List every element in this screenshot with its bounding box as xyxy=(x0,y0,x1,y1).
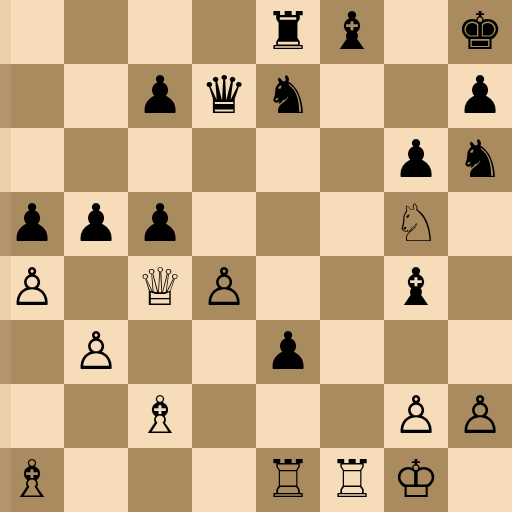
square-h7[interactable]: ♟ xyxy=(448,64,512,128)
chess-board-area: ♜♝♚♟♛♞♟♟♞♟♟♟♘♙♕♙♝♙♟♗♙♙♗♖♖♔ xyxy=(0,0,512,512)
square-a8[interactable] xyxy=(0,0,64,64)
piece-black-pawn: ♟ xyxy=(137,193,184,253)
piece-white-pawn: ♙ xyxy=(9,257,56,317)
square-e1[interactable]: ♖ xyxy=(256,448,320,512)
square-b1[interactable] xyxy=(64,448,128,512)
piece-white-pawn: ♙ xyxy=(201,257,248,317)
square-f5[interactable] xyxy=(320,192,384,256)
square-b3[interactable]: ♙ xyxy=(64,320,128,384)
square-g3[interactable] xyxy=(384,320,448,384)
square-g7[interactable] xyxy=(384,64,448,128)
square-h1[interactable] xyxy=(448,448,512,512)
piece-black-pawn: ♟ xyxy=(457,65,504,125)
square-c7[interactable]: ♟ xyxy=(128,64,192,128)
piece-white-queen: ♕ xyxy=(137,257,184,317)
square-b6[interactable] xyxy=(64,128,128,192)
square-f8[interactable]: ♝ xyxy=(320,0,384,64)
piece-white-rook: ♖ xyxy=(329,449,376,509)
square-b7[interactable] xyxy=(64,64,128,128)
square-d5[interactable] xyxy=(192,192,256,256)
square-e4[interactable] xyxy=(256,256,320,320)
square-c1[interactable] xyxy=(128,448,192,512)
piece-black-knight: ♞ xyxy=(457,129,504,189)
square-b8[interactable] xyxy=(64,0,128,64)
piece-black-knight: ♞ xyxy=(265,65,312,125)
square-d8[interactable] xyxy=(192,0,256,64)
square-a2[interactable] xyxy=(0,384,64,448)
square-e7[interactable]: ♞ xyxy=(256,64,320,128)
piece-black-pawn: ♟ xyxy=(73,193,120,253)
piece-white-bishop: ♗ xyxy=(9,449,56,509)
square-a5[interactable]: ♟ xyxy=(0,192,64,256)
square-h3[interactable] xyxy=(448,320,512,384)
square-c4[interactable]: ♕ xyxy=(128,256,192,320)
square-h5[interactable] xyxy=(448,192,512,256)
square-h4[interactable] xyxy=(448,256,512,320)
chess-board: ♜♝♚♟♛♞♟♟♞♟♟♟♘♙♕♙♝♙♟♗♙♙♗♖♖♔ xyxy=(0,0,512,512)
piece-black-pawn: ♟ xyxy=(265,321,312,381)
square-f1[interactable]: ♖ xyxy=(320,448,384,512)
square-h2[interactable]: ♙ xyxy=(448,384,512,448)
piece-white-bishop: ♗ xyxy=(137,385,184,445)
square-a4[interactable]: ♙ xyxy=(0,256,64,320)
piece-white-rook: ♖ xyxy=(265,449,312,509)
piece-white-knight: ♘ xyxy=(393,193,440,253)
piece-white-king: ♔ xyxy=(393,449,440,509)
square-h6[interactable]: ♞ xyxy=(448,128,512,192)
square-c3[interactable] xyxy=(128,320,192,384)
square-h8[interactable]: ♚ xyxy=(448,0,512,64)
square-d2[interactable] xyxy=(192,384,256,448)
square-f6[interactable] xyxy=(320,128,384,192)
square-e2[interactable] xyxy=(256,384,320,448)
square-g8[interactable] xyxy=(384,0,448,64)
square-d3[interactable] xyxy=(192,320,256,384)
piece-black-king: ♚ xyxy=(457,1,504,61)
square-a6[interactable] xyxy=(0,128,64,192)
square-d6[interactable] xyxy=(192,128,256,192)
square-a3[interactable] xyxy=(0,320,64,384)
square-f2[interactable] xyxy=(320,384,384,448)
square-b4[interactable] xyxy=(64,256,128,320)
piece-black-pawn: ♟ xyxy=(137,65,184,125)
piece-black-queen: ♛ xyxy=(201,65,248,125)
square-e6[interactable] xyxy=(256,128,320,192)
square-c5[interactable]: ♟ xyxy=(128,192,192,256)
square-c8[interactable] xyxy=(128,0,192,64)
square-a1[interactable]: ♗ xyxy=(0,448,64,512)
square-e3[interactable]: ♟ xyxy=(256,320,320,384)
piece-white-pawn: ♙ xyxy=(73,321,120,381)
square-g4[interactable]: ♝ xyxy=(384,256,448,320)
piece-black-bishop: ♝ xyxy=(393,257,440,317)
square-c6[interactable] xyxy=(128,128,192,192)
square-f7[interactable] xyxy=(320,64,384,128)
piece-white-pawn: ♙ xyxy=(393,385,440,445)
square-e5[interactable] xyxy=(256,192,320,256)
square-d1[interactable] xyxy=(192,448,256,512)
piece-black-pawn: ♟ xyxy=(9,193,56,253)
piece-black-rook: ♜ xyxy=(265,1,312,61)
square-f4[interactable] xyxy=(320,256,384,320)
piece-black-bishop: ♝ xyxy=(329,1,376,61)
square-c2[interactable]: ♗ xyxy=(128,384,192,448)
square-g5[interactable]: ♘ xyxy=(384,192,448,256)
square-b2[interactable] xyxy=(64,384,128,448)
square-g1[interactable]: ♔ xyxy=(384,448,448,512)
square-a7[interactable] xyxy=(0,64,64,128)
piece-white-pawn: ♙ xyxy=(457,385,504,445)
square-f3[interactable] xyxy=(320,320,384,384)
piece-black-pawn: ♟ xyxy=(393,129,440,189)
square-b5[interactable]: ♟ xyxy=(64,192,128,256)
square-d4[interactable]: ♙ xyxy=(192,256,256,320)
square-e8[interactable]: ♜ xyxy=(256,0,320,64)
square-g6[interactable]: ♟ xyxy=(384,128,448,192)
square-g2[interactable]: ♙ xyxy=(384,384,448,448)
square-d7[interactable]: ♛ xyxy=(192,64,256,128)
